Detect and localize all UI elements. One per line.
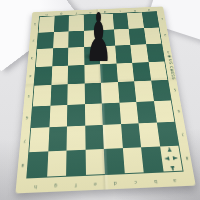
file-label: f: [69, 11, 84, 14]
file-label: g: [45, 182, 65, 188]
square-h4: [151, 80, 171, 101]
rank-label: 4: [27, 67, 33, 86]
square-f6: [115, 45, 132, 63]
square-b6: [52, 48, 68, 66]
square-e2: [103, 124, 123, 148]
square-f8: [112, 13, 128, 29]
rank-label: 8: [18, 153, 26, 179]
square-f7: [114, 28, 131, 45]
square-h8: [142, 12, 159, 28]
file-label: c: [112, 9, 127, 12]
square-b4: [50, 84, 68, 105]
rank-label: 1: [158, 11, 165, 27]
file-label: f: [65, 181, 85, 187]
logo-pawn-icon: ♟: [166, 146, 172, 152]
brand-text: ◉ US CHESS: [167, 54, 176, 80]
file-label: b: [145, 178, 165, 183]
square-b1: [47, 150, 67, 176]
black-pawn: ♟: [85, 0, 102, 61]
square-b2: [48, 126, 67, 150]
square-h5: [148, 61, 167, 81]
rank-label: 6: [23, 106, 30, 128]
file-label: g: [54, 11, 69, 14]
square-a3: [31, 105, 50, 128]
rank-label: 2: [161, 26, 168, 43]
square-d3: [85, 103, 103, 126]
square-b5: [51, 65, 68, 85]
square-h6: [146, 44, 164, 62]
file-label: a: [165, 177, 186, 182]
file-label: h: [39, 12, 54, 15]
square-a5: [34, 66, 52, 86]
file-label: d: [105, 179, 125, 185]
square-b3: [49, 105, 67, 128]
square-f4: [118, 81, 137, 102]
square-c7: [68, 30, 84, 47]
file-label: a: [142, 8, 157, 11]
square-a7: [37, 32, 53, 49]
four-pawn-diamond-logo: ♟♟♟♟: [162, 146, 179, 170]
square-c5: [68, 65, 85, 85]
square-f3: [119, 102, 139, 125]
file-label: h: [25, 183, 45, 189]
square-h1: ♟♟♟♟: [160, 145, 183, 171]
file-labels-bottom: hgfedcba: [25, 177, 185, 189]
square-c4: [67, 84, 84, 105]
brand-roundel-icon: ◉: [167, 54, 172, 59]
square-a8: [39, 16, 55, 32]
rank-label: 1: [32, 16, 38, 32]
file-label: b: [127, 8, 142, 11]
square-c2: [67, 126, 86, 150]
rank-label: 5: [25, 86, 32, 107]
square-e1: [104, 148, 125, 174]
square-c8: [69, 15, 84, 31]
square-c3: [67, 104, 85, 127]
square-h7: [144, 27, 162, 44]
logo-pawn-icon: ♟: [171, 155, 178, 161]
square-c1: [66, 149, 85, 175]
square-a4: [33, 85, 51, 106]
square-a6: [36, 48, 53, 66]
square-a2: [29, 127, 49, 151]
rank-label: 3: [28, 49, 34, 67]
logo-pawn-icon: ♟: [169, 164, 175, 171]
square-a1: [27, 151, 48, 178]
square-d1: [85, 148, 105, 174]
square-d4: [84, 83, 102, 104]
photo-scene: hgfedcba hgfedcba 12345678 12345678 ♟♟♟♟…: [0, 0, 200, 200]
rank-label: 2: [30, 32, 36, 49]
logo-pawn-icon: ♟: [163, 155, 170, 161]
file-label: c: [125, 178, 145, 184]
rank-label: 7: [21, 129, 28, 153]
square-b8: [54, 16, 69, 32]
square-h3: [154, 100, 175, 123]
square-e3: [102, 102, 121, 125]
square-e4: [101, 82, 119, 103]
square-h2: [156, 122, 178, 146]
square-f5: [116, 62, 134, 82]
file-label: e: [85, 180, 105, 186]
square-d2: [85, 125, 104, 149]
square-b7: [53, 31, 69, 48]
